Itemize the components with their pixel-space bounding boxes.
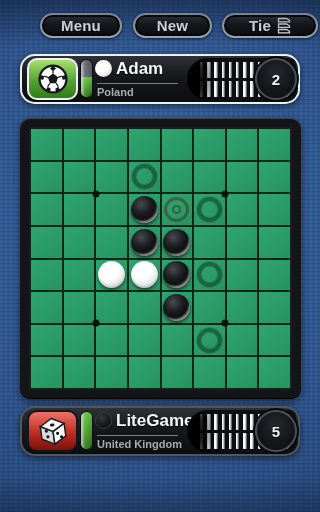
board-cell-c5[interactable] — [96, 260, 127, 291]
board-cell-e8[interactable] — [162, 357, 193, 388]
board-cell-c3[interactable] — [96, 194, 127, 225]
menu-button[interactable]: Menu — [40, 13, 122, 38]
board-cell-c1[interactable] — [96, 129, 127, 160]
board-frame — [20, 118, 301, 399]
dice-avatar[interactable] — [27, 410, 78, 452]
board-cell-g4[interactable] — [227, 227, 258, 258]
board-cell-h1[interactable] — [259, 129, 290, 160]
board-cell-d2[interactable] — [129, 162, 160, 193]
board-cell-f1[interactable] — [194, 129, 225, 160]
board-cell-h2[interactable] — [259, 162, 290, 193]
board-cell-a6[interactable] — [31, 292, 62, 323]
board-cell-c7[interactable] — [96, 325, 127, 356]
board-cell-e1[interactable] — [162, 129, 193, 160]
board-cell-c4[interactable] — [96, 227, 127, 258]
menu-button-label: Menu — [61, 17, 101, 34]
board-cell-d4[interactable] — [129, 227, 160, 258]
valid-move-ring — [197, 262, 222, 287]
board-cell-e5[interactable] — [162, 260, 193, 291]
plaque-divider — [97, 83, 178, 84]
black-disc — [163, 294, 190, 321]
new-button-label: New — [157, 17, 188, 34]
board-cell-d1[interactable] — [129, 129, 160, 160]
score-value-bottom: 5 — [272, 423, 280, 440]
board-star-point — [222, 190, 229, 197]
new-game-button[interactable]: New — [133, 13, 212, 38]
plaque-divider — [97, 435, 178, 436]
player-card-top: Adam Poland 2 — [20, 54, 300, 104]
black-disc — [163, 229, 190, 256]
timer-gauge-bottom — [80, 411, 93, 450]
board-cell-e3[interactable] — [162, 194, 193, 225]
board-cell-a2[interactable] — [31, 162, 62, 193]
board-cell-b2[interactable] — [64, 162, 95, 193]
white-disc — [131, 261, 158, 288]
board-cell-d6[interactable] — [129, 292, 160, 323]
board-star-point — [92, 190, 99, 197]
score-value-top: 2 — [272, 71, 280, 88]
board-cell-a3[interactable] — [31, 194, 62, 225]
board-cell-h8[interactable] — [259, 357, 290, 388]
board-cell-f6[interactable] — [194, 292, 225, 323]
board-cell-f4[interactable] — [194, 227, 225, 258]
board-cell-g7[interactable] — [227, 325, 258, 356]
stacked-scores-icon — [277, 17, 291, 34]
black-disc — [131, 196, 158, 223]
player-country-top: Poland — [97, 86, 134, 98]
board-cell-h6[interactable] — [259, 292, 290, 323]
board-cell-b8[interactable] — [64, 357, 95, 388]
board-cell-c6[interactable] — [96, 292, 127, 323]
board-cell-e2[interactable] — [162, 162, 193, 193]
board-cell-f2[interactable] — [194, 162, 225, 193]
board-cell-e7[interactable] — [162, 325, 193, 356]
board-cell-g8[interactable] — [227, 357, 258, 388]
timer-gauge-top — [80, 59, 93, 98]
board-cell-g2[interactable] — [227, 162, 258, 193]
player-color-disc-black — [95, 412, 112, 429]
black-disc — [131, 229, 158, 256]
board-cell-a1[interactable] — [31, 129, 62, 160]
board-cell-b1[interactable] — [64, 129, 95, 160]
board-cell-f7[interactable] — [194, 325, 225, 356]
board-cell-a5[interactable] — [31, 260, 62, 291]
othello-game-screen: Menu New Tie — [0, 0, 320, 512]
board-cell-b6[interactable] — [64, 292, 95, 323]
dice-icon — [37, 415, 69, 447]
board-cell-g3[interactable] — [227, 194, 258, 225]
board-cell-d3[interactable] — [129, 194, 160, 225]
board-cell-d5[interactable] — [129, 260, 160, 291]
board-cell-h7[interactable] — [259, 325, 290, 356]
tie-button[interactable]: Tie — [222, 13, 318, 38]
soccer-ball-avatar[interactable] — [27, 58, 78, 100]
board-cell-f3[interactable] — [194, 194, 225, 225]
board-cell-b3[interactable] — [64, 194, 95, 225]
black-disc — [163, 261, 190, 288]
board-cell-h4[interactable] — [259, 227, 290, 258]
board-cell-h5[interactable] — [259, 260, 290, 291]
board-cell-g6[interactable] — [227, 292, 258, 323]
valid-move-ring — [197, 197, 222, 222]
board-cell-b7[interactable] — [64, 325, 95, 356]
board-grid — [29, 127, 292, 390]
soccer-ball-icon — [36, 62, 70, 96]
valid-move-ring — [197, 328, 222, 353]
board-star-point — [222, 320, 229, 327]
valid-move-bullseye — [164, 197, 189, 222]
board-cell-d8[interactable] — [129, 357, 160, 388]
board-cell-b4[interactable] — [64, 227, 95, 258]
board-cell-f5[interactable] — [194, 260, 225, 291]
score-badge-top: 2 — [255, 58, 297, 100]
white-disc — [98, 261, 125, 288]
score-badge-bottom: 5 — [255, 410, 297, 452]
board-star-point — [92, 320, 99, 327]
player-color-disc-white — [95, 60, 112, 77]
tie-button-label: Tie — [249, 17, 271, 34]
player-card-bottom: LiteGames United Kingdom 5 — [20, 406, 300, 456]
board-cell-g5[interactable] — [227, 260, 258, 291]
player-country-bottom: United Kingdom — [97, 438, 182, 450]
board-cell-h3[interactable] — [259, 194, 290, 225]
player-name-top: Adam — [116, 59, 163, 79]
board-cell-g1[interactable] — [227, 129, 258, 160]
board-cell-e4[interactable] — [162, 227, 193, 258]
board-cell-a8[interactable] — [31, 357, 62, 388]
board-cell-a7[interactable] — [31, 325, 62, 356]
board-cell-a4[interactable] — [31, 227, 62, 258]
board-cell-c8[interactable] — [96, 357, 127, 388]
board-cell-d7[interactable] — [129, 325, 160, 356]
board-cell-b5[interactable] — [64, 260, 95, 291]
board-cell-c2[interactable] — [96, 162, 127, 193]
valid-move-ring — [132, 164, 157, 189]
board-cell-e6[interactable] — [162, 292, 193, 323]
board-cell-f8[interactable] — [194, 357, 225, 388]
